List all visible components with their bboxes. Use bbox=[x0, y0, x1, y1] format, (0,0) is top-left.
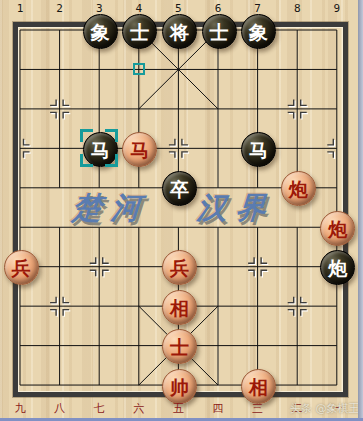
piece-glyph: 帅 bbox=[170, 377, 189, 396]
piece-glyph: 将 bbox=[170, 22, 189, 41]
piece-glyph: 士 bbox=[130, 22, 149, 41]
piece-black-elephant[interactable]: 象 bbox=[241, 14, 276, 49]
piece-glyph: 炮 bbox=[289, 180, 308, 199]
piece-glyph: 士 bbox=[170, 338, 189, 357]
window-edge-right bbox=[358, 0, 363, 421]
piece-red-horse[interactable]: 马 bbox=[122, 132, 157, 167]
piece-black-horse[interactable]: 马 bbox=[83, 132, 118, 167]
piece-red-cannon[interactable]: 炮 bbox=[281, 171, 316, 206]
piece-red-cannon[interactable]: 炮 bbox=[320, 211, 355, 246]
river-label-left: 楚河 bbox=[71, 192, 151, 223]
piece-glyph: 相 bbox=[170, 298, 189, 317]
piece-glyph: 象 bbox=[91, 22, 110, 41]
piece-glyph: 相 bbox=[249, 377, 268, 396]
xiangqi-app: 123456789 九八七六五四三二一 楚河 汉界 象士将士象马马卒炮马炮炮兵兵… bbox=[0, 0, 363, 421]
piece-glyph: 兵 bbox=[170, 259, 189, 278]
piece-red-soldier[interactable]: 兵 bbox=[4, 250, 39, 285]
piece-black-general[interactable]: 将 bbox=[162, 14, 197, 49]
piece-glyph: 马 bbox=[249, 140, 268, 159]
piece-glyph: 炮 bbox=[328, 219, 347, 238]
river-label-right: 汉界 bbox=[196, 192, 276, 223]
piece-black-elephant[interactable]: 象 bbox=[83, 14, 118, 49]
piece-glyph: 兵 bbox=[12, 259, 31, 278]
piece-glyph: 卒 bbox=[170, 180, 189, 199]
piece-glyph: 马 bbox=[91, 140, 110, 159]
piece-black-horse[interactable]: 马 bbox=[241, 132, 276, 167]
piece-red-elephant[interactable]: 相 bbox=[241, 369, 276, 404]
piece-red-elephant[interactable]: 相 bbox=[162, 290, 197, 325]
piece-glyph: 象 bbox=[249, 22, 268, 41]
piece-red-soldier[interactable]: 兵 bbox=[162, 250, 197, 285]
piece-black-soldier[interactable]: 卒 bbox=[162, 171, 197, 206]
piece-glyph: 炮 bbox=[328, 259, 347, 278]
watermark: 头条 @象棋王子 bbox=[290, 401, 363, 416]
piece-black-advisor[interactable]: 士 bbox=[202, 14, 237, 49]
piece-black-advisor[interactable]: 士 bbox=[122, 14, 157, 49]
piece-glyph: 马 bbox=[130, 140, 149, 159]
piece-red-general[interactable]: 帅 bbox=[162, 369, 197, 404]
piece-glyph: 士 bbox=[210, 22, 229, 41]
piece-red-advisor[interactable]: 士 bbox=[162, 329, 197, 364]
